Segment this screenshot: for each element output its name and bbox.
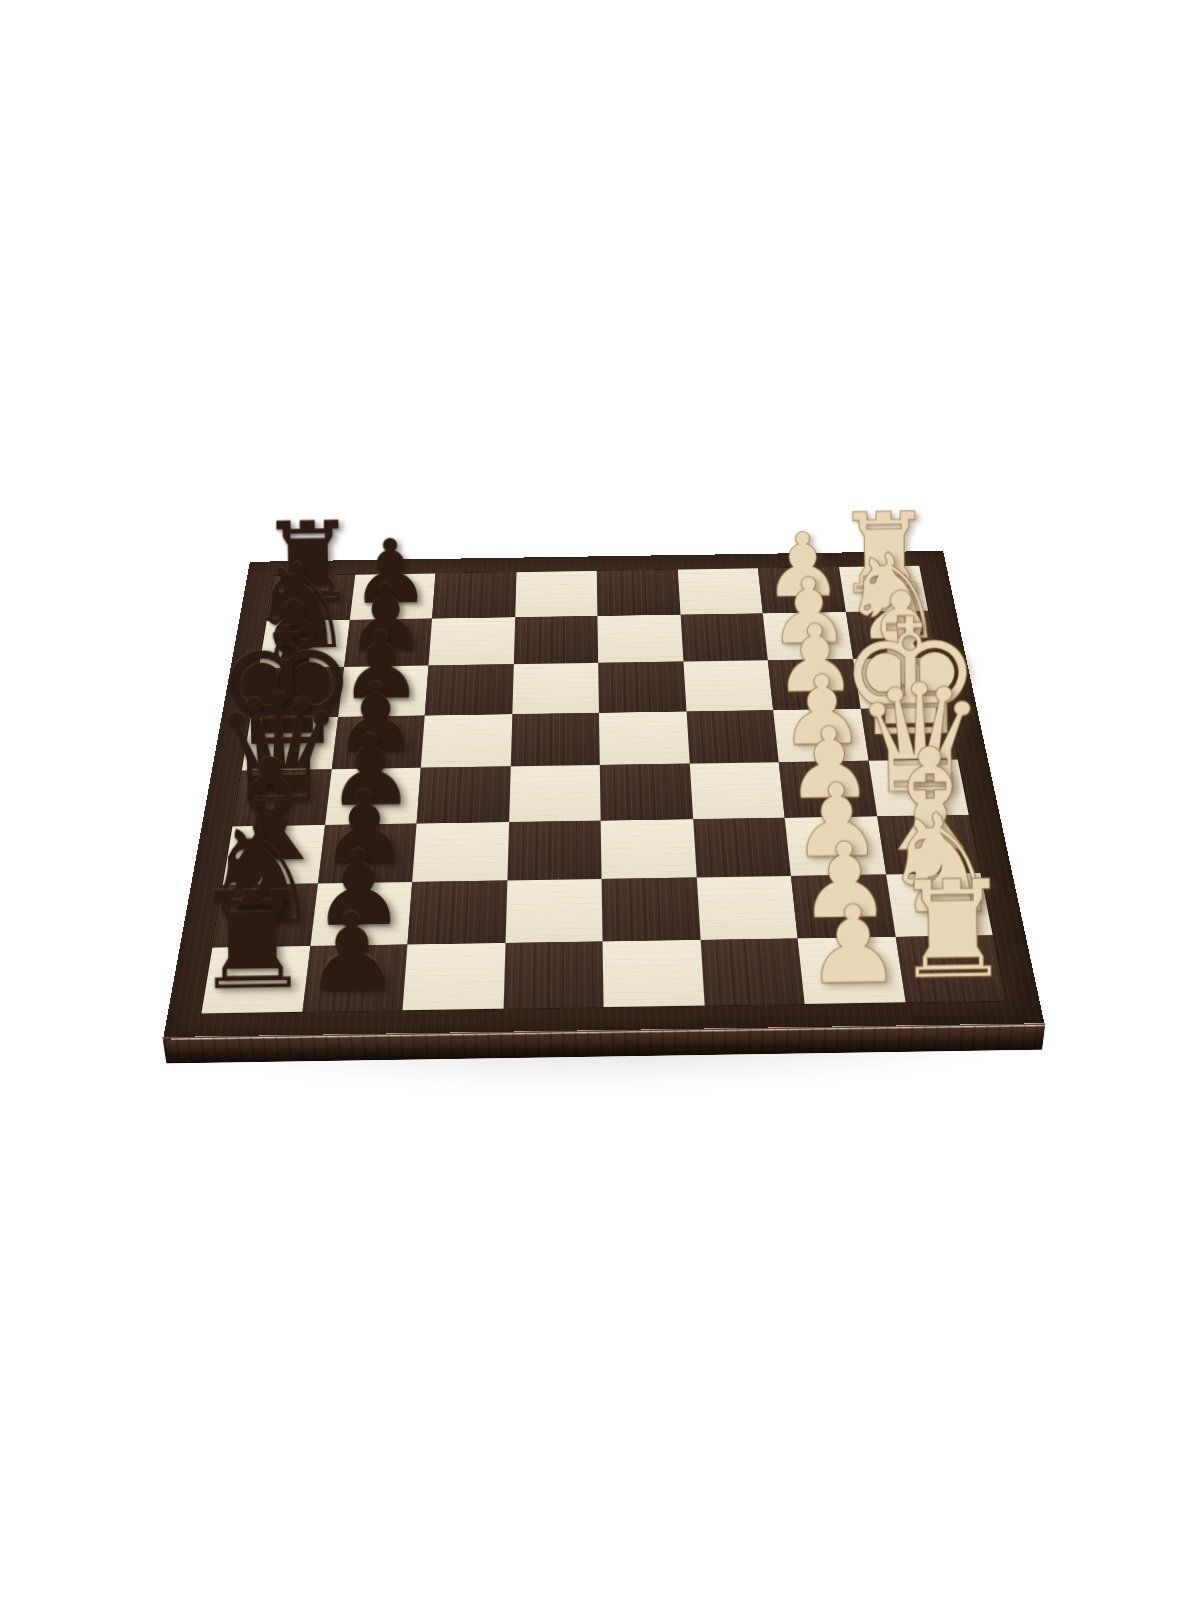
- square-f2: ♟: [768, 659, 860, 710]
- square-f8: ♝: [251, 667, 344, 718]
- square-c8: ♝: [223, 825, 325, 885]
- piece-black-pawn-a7: ♟: [303, 902, 401, 1002]
- square-f7: ♟: [338, 666, 429, 717]
- piece-white-rook-h1: ♜: [835, 503, 936, 606]
- square-d7: ♟: [325, 768, 421, 825]
- piece-white-rook-a1: ♜: [892, 868, 1014, 993]
- square-e1: ♚: [860, 707, 957, 761]
- square-g3: [680, 613, 768, 661]
- square-e5: [510, 713, 599, 767]
- piece-black-pawn-h7: ♟: [350, 531, 431, 614]
- square-d2: ♟: [779, 761, 877, 818]
- square-b2: ♟: [791, 875, 895, 939]
- square-a3: [700, 938, 805, 1005]
- square-d5: [509, 765, 601, 822]
- board-grid: ♜♟♟♜♞♟♟♞♝♟♟♝♚♟♟♚♛♟♟♛♝♟♟♝♞♟♟♞♜♟♟♜: [201, 566, 1005, 1014]
- square-h7: ♟: [349, 573, 435, 619]
- square-e7: ♟: [331, 715, 424, 769]
- square-d8: ♛: [233, 769, 332, 826]
- square-f3: [683, 660, 773, 711]
- square-b7: ♟: [310, 882, 412, 946]
- square-f6: [425, 664, 514, 715]
- square-d3: [689, 762, 784, 819]
- square-g8: ♞: [259, 620, 350, 669]
- square-h1: ♜: [839, 566, 929, 612]
- square-a4: [603, 940, 705, 1007]
- square-e8: ♚: [242, 717, 338, 771]
- square-e2: ♟: [773, 708, 868, 762]
- square-b4: [602, 878, 701, 942]
- chessboard-scene: ♜♟♟♜♞♟♟♞♝♟♟♝♚♟♟♚♛♟♟♛♝♟♟♝♞♟♟♞♜♟♟♜: [0, 0, 1200, 1600]
- square-f5: [512, 663, 599, 714]
- square-a7: ♟: [302, 944, 408, 1012]
- square-g6: [429, 617, 515, 666]
- square-f1: ♝: [853, 658, 948, 709]
- square-c7: ♟: [317, 823, 416, 883]
- square-c5: [507, 820, 602, 880]
- square-h3: [677, 568, 762, 614]
- square-d4: [600, 764, 693, 821]
- square-b6: [407, 880, 506, 944]
- square-c2: ♟: [785, 816, 886, 876]
- square-c6: [412, 822, 508, 882]
- square-f4: [598, 662, 686, 713]
- square-h4: [597, 570, 680, 616]
- piece-white-pawn-h2: ♟: [762, 524, 843, 607]
- square-b3: [696, 876, 797, 940]
- square-c4: [601, 819, 697, 879]
- square-a5: [503, 941, 604, 1009]
- product-photo-background: ♜♟♟♜♞♟♟♞♝♟♟♝♚♟♟♚♛♟♟♛♝♟♟♝♞♟♟♞♜♟♟♜: [0, 0, 1200, 1600]
- square-b8: ♞: [212, 883, 317, 947]
- square-b1: ♞: [886, 873, 993, 936]
- square-e4: [599, 711, 689, 765]
- square-h6: [432, 572, 516, 618]
- square-a6: [402, 943, 505, 1011]
- square-g2: ♟: [763, 612, 853, 660]
- square-e3: [686, 710, 779, 764]
- square-b5: [505, 879, 603, 943]
- square-d1: ♛: [868, 759, 968, 816]
- square-h5: [515, 571, 598, 617]
- square-a8: ♜: [201, 946, 310, 1014]
- square-g7: ♟: [344, 618, 432, 667]
- piece-white-queen-d1: ♛: [852, 669, 988, 809]
- square-e6: [421, 714, 512, 768]
- square-c1: ♝: [877, 815, 981, 875]
- square-a1: ♜: [895, 935, 1006, 1002]
- square-g5: [513, 616, 598, 664]
- square-g1: ♞: [845, 611, 937, 659]
- chess-board: ♜♟♟♜♞♟♟♞♝♟♟♝♚♟♟♚♛♟♟♛♝♟♟♝♞♟♟♞♜♟♟♜: [163, 551, 1044, 1037]
- square-h8: ♜: [267, 575, 355, 621]
- square-c3: [693, 817, 791, 877]
- piece-black-rook-h8: ♜: [258, 512, 359, 615]
- square-a2: ♟: [798, 937, 906, 1004]
- square-g4: [597, 614, 683, 662]
- square-h2: ♟: [758, 567, 845, 613]
- square-d6: [417, 766, 511, 823]
- scene-tilt-wrapper: ♜♟♟♜♞♟♟♞♝♟♟♝♚♟♟♚♛♟♟♛♝♟♟♝♞♟♟♞♜♟♟♜: [0, 0, 1200, 1600]
- board-top-surface: ♜♟♟♜♞♟♟♞♝♟♟♝♚♟♟♚♛♟♟♛♝♟♟♝♞♟♟♞♜♟♟♜: [163, 551, 1044, 1037]
